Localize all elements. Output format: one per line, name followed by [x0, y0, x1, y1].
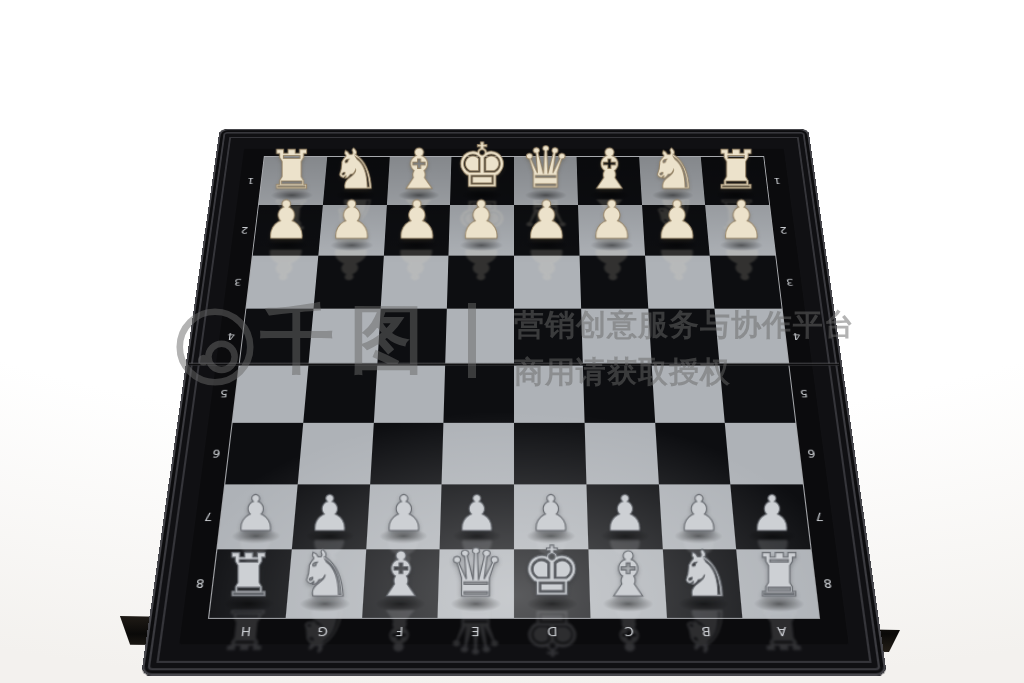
- file-label-b: B: [666, 618, 745, 644]
- square-h1[interactable]: [259, 157, 327, 205]
- square-e1[interactable]: [450, 157, 514, 205]
- rank-label-right-5: 5: [788, 364, 820, 423]
- square-h4[interactable]: [240, 309, 314, 365]
- square-g4[interactable]: [308, 309, 380, 365]
- square-d1[interactable]: [514, 157, 578, 205]
- square-c5[interactable]: [583, 364, 655, 423]
- square-f4[interactable]: [377, 309, 447, 365]
- square-b4[interactable]: [648, 309, 720, 365]
- rank-label-right-1: 1: [763, 157, 791, 205]
- piece-reflection: ♛: [436, 601, 514, 673]
- file-label-d: D: [514, 618, 591, 644]
- square-c4[interactable]: [581, 309, 651, 365]
- piece-black-bishop-c8[interactable]: ♝: [590, 522, 666, 605]
- piece-reflection: ♞: [280, 601, 362, 673]
- file-label-c: C: [590, 618, 668, 644]
- square-c1[interactable]: [576, 157, 641, 205]
- square-f3[interactable]: [380, 256, 448, 309]
- piece-reflection: ♜: [203, 601, 287, 673]
- piece-reflection: ♝: [590, 601, 670, 673]
- file-label-f: F: [360, 618, 438, 644]
- square-d4[interactable]: [514, 309, 583, 365]
- piece-black-knight-b8[interactable]: ♞: [666, 522, 742, 605]
- square-f5[interactable]: [373, 364, 445, 423]
- file-labels-bottom: HGFEDCBA: [206, 618, 822, 644]
- square-b2[interactable]: [642, 205, 710, 256]
- rank-label-right-3: 3: [775, 256, 805, 309]
- square-b5[interactable]: [651, 364, 725, 423]
- file-label-a: A: [743, 618, 822, 644]
- square-d3[interactable]: [514, 256, 581, 309]
- piece-black-king-d8[interactable]: ♚: [514, 522, 590, 605]
- piece-black-bishop-f8[interactable]: ♝: [362, 522, 438, 605]
- square-h5[interactable]: [233, 364, 309, 423]
- square-c2[interactable]: [578, 205, 645, 256]
- square-h3[interactable]: [246, 256, 318, 309]
- square-e4[interactable]: [445, 309, 514, 365]
- rank-label-right-2: 2: [769, 205, 798, 256]
- photo-scene: 12345678 12345678 HGFEDCBA ♜♞♝♚♛♝♞♜♟♟♟♟♟…: [0, 0, 1024, 683]
- square-c3[interactable]: [579, 256, 647, 309]
- piece-black-rook-h8[interactable]: ♜: [211, 522, 287, 605]
- piece-black-knight-g8[interactable]: ♞: [286, 522, 362, 605]
- square-b1[interactable]: [639, 157, 706, 205]
- file-label-g: G: [283, 618, 362, 644]
- square-a4[interactable]: [715, 309, 789, 365]
- square-d2[interactable]: [514, 205, 579, 256]
- square-a2[interactable]: [705, 205, 775, 256]
- square-e3[interactable]: [447, 256, 514, 309]
- rank-label-left-5: 5: [208, 364, 240, 423]
- chessboard: 12345678 12345678 HGFEDCBA ♜♞♝♚♛♝♞♜♟♟♟♟♟…: [141, 129, 887, 676]
- square-e5[interactable]: [444, 364, 514, 423]
- square-e2[interactable]: [449, 205, 514, 256]
- square-g2[interactable]: [318, 205, 386, 256]
- piece-reflection: ♞: [665, 601, 747, 673]
- square-a1[interactable]: [701, 157, 769, 205]
- square-f2[interactable]: [383, 205, 450, 256]
- piece-reflection: ♚: [514, 601, 592, 673]
- square-d5[interactable]: [514, 364, 584, 423]
- piece-black-queen-e8[interactable]: ♛: [438, 522, 514, 605]
- square-g3[interactable]: [313, 256, 383, 309]
- file-label-h: H: [206, 618, 285, 644]
- square-g5[interactable]: [303, 364, 377, 423]
- square-g1[interactable]: [323, 157, 390, 205]
- square-a3[interactable]: [710, 256, 782, 309]
- square-a5[interactable]: [720, 364, 796, 423]
- piece-reflection: ♜: [741, 601, 825, 673]
- square-f1[interactable]: [386, 157, 451, 205]
- file-label-e: E: [437, 618, 514, 644]
- square-h2[interactable]: [253, 205, 323, 256]
- piece-reflection: ♝: [358, 601, 438, 673]
- piece-black-rook-a8[interactable]: ♜: [742, 522, 818, 605]
- square-b3[interactable]: [645, 256, 715, 309]
